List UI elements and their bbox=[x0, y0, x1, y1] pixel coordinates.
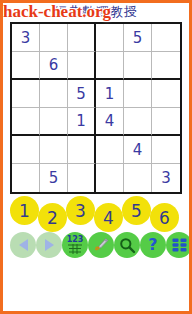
input-mode-button[interactable]: 123 bbox=[62, 232, 88, 258]
cell-r2c2[interactable]: 6 bbox=[40, 52, 68, 80]
cell-r4c4[interactable]: 4 bbox=[96, 108, 124, 136]
next-button[interactable] bbox=[36, 232, 62, 258]
cell-r6c3[interactable] bbox=[68, 164, 96, 192]
cell-r1c3[interactable] bbox=[68, 24, 96, 52]
cell-r6c1[interactable] bbox=[12, 164, 40, 192]
cell-r3c4[interactable]: 1 bbox=[96, 80, 124, 108]
number-button-1[interactable]: 1 bbox=[10, 196, 39, 225]
number-button-5[interactable]: 5 bbox=[122, 196, 151, 225]
arrow-left-icon bbox=[19, 239, 28, 251]
arrow-right-icon bbox=[45, 239, 54, 251]
cell-r4c3[interactable]: 1 bbox=[68, 108, 96, 136]
cell-r4c1[interactable] bbox=[12, 108, 40, 136]
cell-r1c6[interactable] bbox=[152, 24, 180, 52]
pen-icon bbox=[92, 236, 110, 254]
cell-r1c2[interactable] bbox=[40, 24, 68, 52]
number-button-6[interactable]: 6 bbox=[150, 203, 179, 232]
cell-r6c6[interactable]: 3 bbox=[152, 164, 180, 192]
number-button-4[interactable]: 4 bbox=[94, 203, 123, 232]
toolbar: 123 ? bbox=[0, 232, 192, 259]
cell-r6c5[interactable] bbox=[124, 164, 152, 192]
help-button[interactable]: ? bbox=[140, 232, 166, 258]
cell-r3c1[interactable] bbox=[12, 80, 40, 108]
prev-button[interactable] bbox=[10, 232, 36, 258]
cell-r2c3[interactable] bbox=[68, 52, 96, 80]
cell-r3c6[interactable] bbox=[152, 80, 180, 108]
pencil-button[interactable] bbox=[88, 232, 114, 258]
cell-r3c5[interactable] bbox=[124, 80, 152, 108]
cell-r3c3[interactable]: 5 bbox=[68, 80, 96, 108]
cell-r4c5[interactable] bbox=[124, 108, 152, 136]
cell-r1c5[interactable]: 5 bbox=[124, 24, 152, 52]
number-button-2[interactable]: 2 bbox=[38, 203, 67, 232]
cell-r1c4[interactable] bbox=[96, 24, 124, 52]
cell-r1c1[interactable]: 3 bbox=[12, 24, 40, 52]
cell-r2c5[interactable] bbox=[124, 52, 152, 80]
cell-r2c4[interactable] bbox=[96, 52, 124, 80]
cell-r5c5[interactable]: 4 bbox=[124, 136, 152, 164]
cell-r5c6[interactable] bbox=[152, 136, 180, 164]
menu-grid-icon bbox=[172, 238, 187, 252]
grid-hash-icon bbox=[68, 244, 82, 254]
sudoku-board: 3565114453 bbox=[10, 22, 182, 194]
cell-r5c3[interactable] bbox=[68, 136, 96, 164]
hint-button[interactable] bbox=[114, 232, 140, 258]
number-button-3[interactable]: 3 bbox=[66, 196, 95, 225]
cell-r4c2[interactable] bbox=[40, 108, 68, 136]
cell-r2c1[interactable] bbox=[12, 52, 40, 80]
cell-r4c6[interactable] bbox=[152, 108, 180, 136]
cell-r5c1[interactable] bbox=[12, 136, 40, 164]
help-label: ? bbox=[148, 237, 157, 253]
magnifier-icon bbox=[119, 237, 136, 254]
cell-r2c6[interactable] bbox=[152, 52, 180, 80]
cell-r5c4[interactable] bbox=[96, 136, 124, 164]
cell-r6c4[interactable] bbox=[96, 164, 124, 192]
cell-r3c2[interactable] bbox=[40, 80, 68, 108]
number-pad: 1 2 3 4 5 6 bbox=[0, 196, 192, 234]
cell-r5c2[interactable] bbox=[40, 136, 68, 164]
cell-r6c2[interactable]: 5 bbox=[40, 164, 68, 192]
menu-button[interactable] bbox=[166, 232, 192, 258]
input-mode-label: 123 bbox=[67, 236, 84, 244]
watermark: hack-cheat.org bbox=[3, 2, 111, 22]
